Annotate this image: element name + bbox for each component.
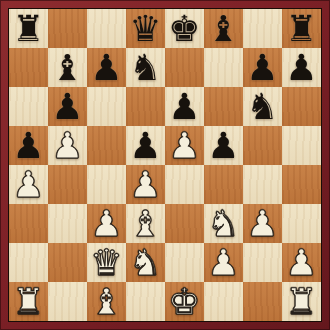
square-h7[interactable]: ♟ <box>282 48 321 87</box>
white-pawn-f2[interactable]: ♟ <box>207 243 239 282</box>
square-f7[interactable] <box>204 48 243 87</box>
square-d7[interactable]: ♞ <box>126 48 165 87</box>
white-pawn-c3[interactable]: ♟ <box>90 204 122 243</box>
square-e4[interactable] <box>165 165 204 204</box>
square-c8[interactable] <box>87 9 126 48</box>
square-e3[interactable] <box>165 204 204 243</box>
black-knight-d7[interactable]: ♞ <box>129 48 161 87</box>
square-a7[interactable] <box>9 48 48 87</box>
square-b5[interactable]: ♟ <box>48 126 87 165</box>
white-pawn-g3[interactable]: ♟ <box>246 204 278 243</box>
black-king-e8[interactable]: ♚ <box>168 9 200 48</box>
black-pawn-b6[interactable]: ♟ <box>51 87 83 126</box>
square-h4[interactable] <box>282 165 321 204</box>
square-e2[interactable] <box>165 243 204 282</box>
white-knight-d2[interactable]: ♞ <box>129 243 161 282</box>
chess-board: ♜♛♚♝♜♝♟♞♟♟♟♟♞♟♟♟♟♟♟♟♟♝♞♟♛♞♟♟♜♝♚♜ <box>9 9 321 321</box>
white-rook-a1[interactable]: ♜ <box>12 282 44 321</box>
square-b6[interactable]: ♟ <box>48 87 87 126</box>
square-d4[interactable]: ♟ <box>126 165 165 204</box>
square-c4[interactable] <box>87 165 126 204</box>
square-h8[interactable]: ♜ <box>282 9 321 48</box>
black-rook-h8[interactable]: ♜ <box>285 9 317 48</box>
square-f5[interactable]: ♟ <box>204 126 243 165</box>
white-pawn-h2[interactable]: ♟ <box>285 243 317 282</box>
black-pawn-f5[interactable]: ♟ <box>207 126 239 165</box>
square-b8[interactable] <box>48 9 87 48</box>
square-b4[interactable] <box>48 165 87 204</box>
square-a2[interactable] <box>9 243 48 282</box>
white-pawn-d4[interactable]: ♟ <box>129 165 161 204</box>
square-b3[interactable] <box>48 204 87 243</box>
square-d5[interactable]: ♟ <box>126 126 165 165</box>
white-pawn-a4[interactable]: ♟ <box>12 165 44 204</box>
black-queen-d8[interactable]: ♛ <box>129 9 161 48</box>
white-pawn-e5[interactable]: ♟ <box>168 126 200 165</box>
square-f2[interactable]: ♟ <box>204 243 243 282</box>
square-a1[interactable]: ♜ <box>9 282 48 321</box>
square-c7[interactable]: ♟ <box>87 48 126 87</box>
square-b2[interactable] <box>48 243 87 282</box>
black-pawn-a5[interactable]: ♟ <box>12 126 44 165</box>
square-f3[interactable]: ♞ <box>204 204 243 243</box>
square-f4[interactable] <box>204 165 243 204</box>
black-pawn-h7[interactable]: ♟ <box>285 48 317 87</box>
square-h1[interactable]: ♜ <box>282 282 321 321</box>
square-g1[interactable] <box>243 282 282 321</box>
square-d3[interactable]: ♝ <box>126 204 165 243</box>
white-king-e1[interactable]: ♚ <box>168 282 200 321</box>
square-e7[interactable] <box>165 48 204 87</box>
white-bishop-c1[interactable]: ♝ <box>90 282 122 321</box>
black-pawn-d5[interactable]: ♟ <box>129 126 161 165</box>
square-b7[interactable]: ♝ <box>48 48 87 87</box>
square-h5[interactable] <box>282 126 321 165</box>
white-queen-c2[interactable]: ♛ <box>90 243 122 282</box>
square-a6[interactable] <box>9 87 48 126</box>
square-c5[interactable] <box>87 126 126 165</box>
square-d8[interactable]: ♛ <box>126 9 165 48</box>
white-rook-h1[interactable]: ♜ <box>285 282 317 321</box>
square-g8[interactable] <box>243 9 282 48</box>
square-d2[interactable]: ♞ <box>126 243 165 282</box>
board-inner-edge: ♜♛♚♝♜♝♟♞♟♟♟♟♞♟♟♟♟♟♟♟♟♝♞♟♛♞♟♟♜♝♚♜ <box>8 8 322 322</box>
black-bishop-f8[interactable]: ♝ <box>207 9 239 48</box>
black-pawn-c7[interactable]: ♟ <box>90 48 122 87</box>
black-pawn-g7[interactable]: ♟ <box>246 48 278 87</box>
square-h2[interactable]: ♟ <box>282 243 321 282</box>
square-c2[interactable]: ♛ <box>87 243 126 282</box>
square-d1[interactable] <box>126 282 165 321</box>
white-pawn-b5[interactable]: ♟ <box>51 126 83 165</box>
square-a4[interactable]: ♟ <box>9 165 48 204</box>
black-pawn-e6[interactable]: ♟ <box>168 87 200 126</box>
square-d6[interactable] <box>126 87 165 126</box>
square-h6[interactable] <box>282 87 321 126</box>
square-c1[interactable]: ♝ <box>87 282 126 321</box>
square-a3[interactable] <box>9 204 48 243</box>
white-knight-f3[interactable]: ♞ <box>207 204 239 243</box>
square-e5[interactable]: ♟ <box>165 126 204 165</box>
square-a8[interactable]: ♜ <box>9 9 48 48</box>
board-frame: ♜♛♚♝♜♝♟♞♟♟♟♟♞♟♟♟♟♟♟♟♟♝♞♟♛♞♟♟♜♝♚♜ <box>0 0 330 330</box>
square-f6[interactable] <box>204 87 243 126</box>
square-c3[interactable]: ♟ <box>87 204 126 243</box>
black-knight-g6[interactable]: ♞ <box>246 87 278 126</box>
square-b1[interactable] <box>48 282 87 321</box>
square-g4[interactable] <box>243 165 282 204</box>
square-g6[interactable]: ♞ <box>243 87 282 126</box>
square-e1[interactable]: ♚ <box>165 282 204 321</box>
black-rook-a8[interactable]: ♜ <box>12 9 44 48</box>
white-bishop-d3[interactable]: ♝ <box>129 204 161 243</box>
square-g2[interactable] <box>243 243 282 282</box>
black-bishop-b7[interactable]: ♝ <box>51 48 83 87</box>
square-h3[interactable] <box>282 204 321 243</box>
square-e8[interactable]: ♚ <box>165 9 204 48</box>
square-g3[interactable]: ♟ <box>243 204 282 243</box>
square-c6[interactable] <box>87 87 126 126</box>
square-g5[interactable] <box>243 126 282 165</box>
square-a5[interactable]: ♟ <box>9 126 48 165</box>
square-g7[interactable]: ♟ <box>243 48 282 87</box>
square-e6[interactable]: ♟ <box>165 87 204 126</box>
square-f1[interactable] <box>204 282 243 321</box>
square-f8[interactable]: ♝ <box>204 9 243 48</box>
